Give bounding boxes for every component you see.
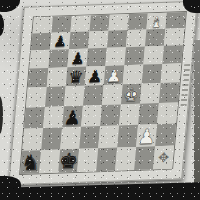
square-b4	[45, 86, 66, 107]
square-f3	[119, 104, 140, 126]
square-a2	[22, 128, 43, 151]
square-h2	[155, 123, 176, 146]
square-b7: ♟	[50, 32, 70, 50]
square-c3: ♟	[62, 106, 83, 128]
square-b5	[47, 67, 68, 87]
square-b8	[51, 16, 71, 33]
square-a8	[32, 17, 52, 34]
square-c1: ♚	[58, 149, 79, 173]
square-b3	[43, 106, 64, 128]
square-e4	[102, 84, 123, 105]
square-g8: ♝	[146, 13, 166, 30]
square-f1	[115, 147, 136, 171]
square-h7	[164, 28, 184, 46]
square-f2	[117, 125, 138, 148]
square-c2	[60, 127, 81, 150]
square-a5	[28, 68, 49, 88]
chessboard-photo: ♝♟♟♛♟♟♚♟♟♞♚✥	[0, 0, 200, 200]
piece-black-pawn: ♟	[70, 51, 86, 68]
square-e2	[98, 125, 119, 148]
shadow-edge-right	[194, 40, 200, 188]
square-d1	[77, 148, 98, 172]
corner-emblem: ✥	[158, 150, 170, 163]
dark-edge-left	[0, 96, 3, 134]
piece-black-pawn: ♟	[53, 34, 68, 50]
square-d2	[79, 126, 100, 149]
square-g4	[140, 83, 161, 104]
square-d6	[86, 48, 107, 67]
piece-black-pawn: ♟	[63, 108, 82, 128]
piece-black-pawn: ♟	[87, 68, 104, 86]
square-f4: ♚	[121, 84, 142, 105]
piece-white-bishop: ♝	[150, 15, 164, 29]
dark-corner-top-left	[0, 0, 20, 12]
square-b6	[48, 49, 69, 68]
square-g1	[134, 146, 155, 170]
square-d4	[83, 85, 104, 106]
piece-white-pawn: ♟	[106, 67, 123, 85]
square-d8	[89, 15, 109, 32]
square-b2	[41, 127, 62, 150]
square-h3	[157, 102, 178, 124]
square-g3	[138, 103, 159, 125]
dark-edge-top-left	[0, 14, 4, 36]
square-c6: ♟	[67, 48, 88, 67]
square-f8	[127, 13, 147, 30]
square-g2: ♟	[136, 124, 157, 147]
square-a7	[31, 33, 51, 51]
square-h5	[161, 63, 182, 83]
square-d5: ♟	[85, 66, 106, 86]
square-f6	[124, 47, 145, 66]
square-d7	[88, 31, 108, 49]
piece-black-queen: ♛	[68, 69, 85, 87]
square-e6	[105, 47, 126, 66]
square-h1: ✥	[153, 146, 174, 170]
square-d3	[81, 105, 102, 127]
square-h4	[159, 82, 180, 103]
square-e1	[96, 148, 117, 172]
square-c8	[70, 15, 90, 32]
square-g6	[143, 46, 164, 65]
square-h8	[165, 12, 185, 29]
square-g7	[145, 29, 165, 47]
board-edge-text	[180, 64, 190, 108]
piece-white-king: ♚	[122, 86, 140, 105]
square-f7	[126, 29, 146, 47]
piece-black-knight: ♞	[20, 152, 41, 174]
square-g5	[142, 64, 163, 84]
piece-black-king: ♚	[58, 151, 79, 173]
square-a4	[26, 87, 47, 108]
square-a6	[29, 50, 50, 69]
square-e3	[100, 104, 121, 126]
square-h6	[162, 45, 183, 64]
square-c5: ♛	[66, 67, 87, 87]
piece-white-pawn: ♟	[137, 126, 157, 147]
dark-band-bottom	[0, 182, 200, 200]
square-a3	[24, 107, 45, 129]
square-e7	[107, 30, 127, 48]
square-f5	[123, 65, 144, 85]
square-c7	[69, 31, 89, 49]
square-b1	[39, 150, 60, 174]
square-e8	[108, 14, 128, 31]
square-e5: ♟	[104, 65, 125, 85]
square-a1: ♞	[20, 150, 41, 174]
board: ♝♟♟♛♟♟♚♟♟♞♚✥	[19, 11, 187, 175]
board-frame: ♝♟♟♛♟♟♚♟♟♞♚✥	[8, 1, 198, 186]
square-c4	[64, 86, 85, 107]
